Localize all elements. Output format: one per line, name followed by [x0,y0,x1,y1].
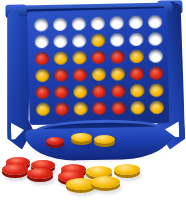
yellow-disc [114,164,140,175]
board-cell-r2c7[interactable] [145,30,165,48]
empty-slot [34,18,48,31]
empty-slot [34,35,48,48]
board-cell-r3c5[interactable] [107,48,126,65]
board-cell-r6c1[interactable] [33,101,52,118]
board-cell-r2c2[interactable] [50,33,69,50]
empty-slot [71,17,85,30]
board-cell-r4c4[interactable] [89,66,108,83]
board-cell-r3c2[interactable] [51,50,70,67]
red-disc [34,52,48,65]
red-disc [46,137,64,145]
yellow-disc [53,52,67,65]
red-disc [72,68,86,81]
yellow-disc [35,69,49,82]
board-cell-r5c2[interactable] [51,83,70,100]
yellow-disc [73,85,87,98]
red-disc [35,86,49,99]
board-cell-r3c7[interactable] [145,47,165,65]
empty-slot [148,32,162,45]
red-disc [148,67,162,80]
board-cell-r3c3[interactable] [69,49,88,66]
board-cell-r6c2[interactable] [52,100,71,117]
board-cell-r6c4[interactable] [89,100,108,117]
board-cell-r5c3[interactable] [70,83,89,100]
red-disc [111,84,125,97]
red-disc [2,164,28,175]
red-disc [92,102,106,115]
board-cell-r4c2[interactable] [51,66,70,83]
yellow-disc [91,34,105,47]
board-cell-r4c6[interactable] [127,65,146,82]
empty-slot [148,49,162,62]
board-cell-r5c6[interactable] [127,82,146,99]
empty-slot [128,16,142,29]
board-cell-r5c4[interactable] [89,83,108,100]
yellow-disc [130,101,144,114]
empty-slot [129,33,143,46]
board-cell-r4c1[interactable] [32,67,51,84]
red-disc [54,102,68,115]
board-cell-r1c4[interactable] [88,15,107,32]
empty-slot [109,16,123,29]
red-disc [110,50,124,63]
board-cell-r3c6[interactable] [126,48,145,65]
board-cell-r2c4[interactable] [88,32,107,49]
yellow-disc [130,84,144,97]
empty-slot [53,35,67,48]
empty-slot [147,15,161,28]
board-panel [27,8,169,125]
board-cell-r1c3[interactable] [69,15,88,32]
red-disc [54,69,68,82]
board-cell-r1c5[interactable] [107,14,126,32]
board-cell-r2c5[interactable] [107,31,126,48]
board-cell-r2c1[interactable] [32,33,51,50]
red-disc [27,168,53,179]
yellow-disc [149,84,163,97]
board-cell-r1c2[interactable] [50,16,69,33]
connect-four-frame [2,0,183,164]
base-tray [25,126,174,161]
yellow-disc [110,67,124,80]
board-cell-r4c3[interactable] [70,66,89,83]
red-disc [111,101,125,114]
yellow-disc [72,51,86,64]
red-disc [92,85,106,98]
board-cell-r2c6[interactable] [126,31,145,49]
connect-four-grid [31,13,166,118]
yellow-disc [91,68,105,81]
board-cell-r6c6[interactable] [127,99,146,116]
yellow-disc [129,50,143,63]
board-cell-r6c5[interactable] [108,99,127,116]
board-cell-r4c7[interactable] [146,64,166,81]
yellow-disc [94,135,115,144]
empty-slot [72,34,86,47]
board-cell-r3c4[interactable] [88,49,107,66]
red-disc [129,67,143,80]
board-cell-r3c1[interactable] [32,50,51,67]
board-cell-r1c6[interactable] [126,14,145,32]
board-cell-r6c7[interactable] [147,99,167,116]
empty-slot [52,18,66,31]
board-cell-r1c1[interactable] [31,16,50,33]
board-cell-r5c5[interactable] [108,82,127,99]
empty-slot [109,33,123,46]
empty-slot [90,17,104,30]
board-cell-r2c3[interactable] [69,32,88,49]
yellow-disc [71,133,92,142]
yellow-disc [149,101,163,114]
board-cell-r1c7[interactable] [145,13,165,31]
red-disc [54,85,68,98]
board-cell-r5c7[interactable] [146,82,166,99]
yellow-disc [36,103,50,116]
connect-four-photo [0,0,186,200]
board-cell-r6c3[interactable] [71,100,90,117]
board-cell-r5c1[interactable] [33,84,52,101]
board-cell-r4c5[interactable] [108,65,127,82]
yellow-disc [91,176,120,188]
red-disc [91,51,105,64]
yellow-disc [73,102,87,115]
